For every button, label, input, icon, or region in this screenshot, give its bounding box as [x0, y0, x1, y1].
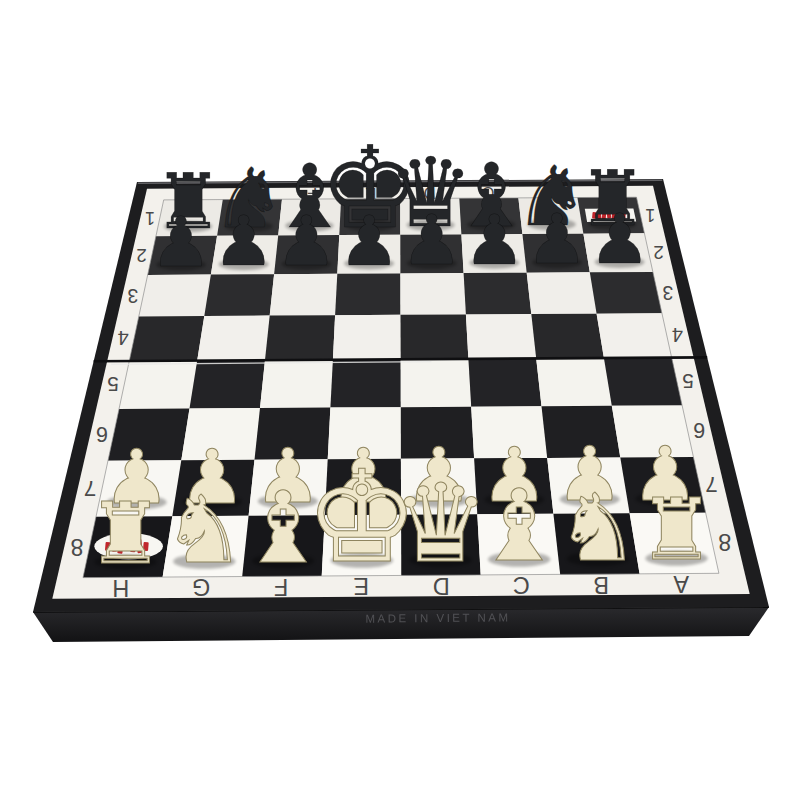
square-d5[interactable]: [401, 359, 472, 407]
square-c5[interactable]: [468, 359, 541, 407]
piece-black-pawn-b2[interactable]: ♟: [526, 199, 588, 279]
chess-set-photo: MADE IN VIET NAMHHGGFFEEDDCCBBAA11223344…: [0, 0, 800, 800]
piece-white-bishop-c8[interactable]: ♝: [475, 468, 564, 583]
rank-label-left-3: 3: [127, 285, 138, 306]
piece-black-pawn-h2[interactable]: ♟: [150, 202, 212, 282]
square-g5[interactable]: [190, 360, 266, 408]
made-in-text: MADE IN VIET NAM: [365, 611, 510, 624]
square-f5[interactable]: [260, 360, 333, 408]
square-c4[interactable]: [466, 314, 536, 359]
square-e5[interactable]: [330, 359, 400, 407]
rank-label-right-4: 4: [672, 324, 683, 346]
rank-label-right-3: 3: [662, 282, 673, 303]
square-h5[interactable]: [119, 361, 197, 409]
piece-black-pawn-c2[interactable]: ♟: [463, 200, 525, 280]
rank-label-left-8: 8: [70, 534, 83, 560]
piece-black-pawn-g2[interactable]: ♟: [213, 201, 275, 281]
square-a5[interactable]: [604, 358, 682, 406]
piece-white-knight-g8[interactable]: ♞: [163, 476, 246, 584]
piece-black-pawn-e2[interactable]: ♟: [338, 201, 400, 281]
board-svg: MADE IN VIET NAMHHGGFFEEDDCCBBAA11223344…: [0, 0, 800, 800]
rank-label-right-8: 8: [718, 529, 731, 555]
square-b5[interactable]: [536, 358, 612, 406]
rank-label-right-2: 2: [654, 242, 664, 263]
square-h4[interactable]: [129, 316, 204, 361]
piece-black-pawn-d2[interactable]: ♟: [401, 200, 463, 280]
piece-black-pawn-a2[interactable]: ♟: [589, 199, 651, 279]
square-b4[interactable]: [531, 314, 604, 359]
rank-label-right-5: 5: [682, 370, 694, 393]
square-g4[interactable]: [197, 316, 270, 361]
square-d4[interactable]: [401, 315, 469, 360]
piece-white-knight-b8[interactable]: ♞: [556, 474, 639, 582]
square-f4[interactable]: [265, 315, 335, 360]
piece-white-rook-a8[interactable]: ♜: [638, 480, 714, 579]
piece-white-rook-h8[interactable]: ♜: [87, 484, 163, 583]
rank-label-left-5: 5: [107, 373, 119, 396]
square-a4[interactable]: [597, 313, 672, 358]
rank-label-left-2: 2: [137, 245, 147, 266]
piece-black-pawn-f2[interactable]: ♟: [275, 201, 337, 281]
rank-label-left-4: 4: [118, 327, 129, 349]
square-e4[interactable]: [333, 315, 401, 360]
